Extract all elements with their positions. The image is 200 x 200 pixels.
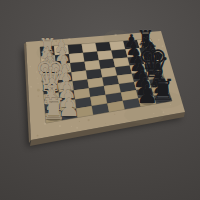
square bbox=[83, 52, 99, 62]
piece-white-rook: ♜ bbox=[40, 92, 66, 126]
piece-black-pawn: ♟ bbox=[136, 80, 159, 109]
product-photo: ♜♟♟♜♞♟♝♟♞♟♚♟♟♝♛♟♟♚♝♟♟♛♞♟♟♝♜♟♟♞♟♜ bbox=[0, 0, 200, 200]
square bbox=[97, 50, 113, 60]
square bbox=[82, 43, 98, 53]
chess-board: ♜♟♟♜♞♟♝♟♞♟♚♟♟♝♛♟♟♚♝♟♟♛♞♟♟♝♜♟♟♞♟♜ bbox=[0, 0, 200, 200]
square bbox=[85, 60, 101, 70]
square bbox=[96, 42, 112, 52]
